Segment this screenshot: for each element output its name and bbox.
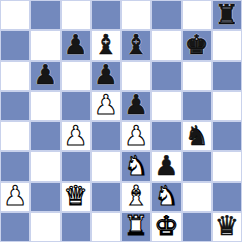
square-c2[interactable]: ♛ (61, 182, 91, 212)
square-b8[interactable] (30, 0, 60, 30)
piece-white-knight-f2[interactable]: ♞ (154, 182, 178, 209)
square-e8[interactable] (121, 0, 151, 30)
square-d3[interactable] (91, 151, 121, 181)
square-a7[interactable] (0, 30, 30, 60)
square-e1[interactable]: ♜ (121, 212, 151, 242)
piece-black-pawn-b6[interactable]: ♟ (33, 61, 57, 88)
square-f7[interactable] (151, 30, 181, 60)
piece-white-pawn-d5[interactable]: ♟ (94, 91, 118, 118)
square-g1[interactable] (182, 212, 212, 242)
square-e3[interactable]: ♞ (121, 151, 151, 181)
square-a5[interactable] (0, 91, 30, 121)
square-h4[interactable] (212, 121, 242, 151)
square-b5[interactable] (30, 91, 60, 121)
square-e2[interactable]: ♝ (121, 182, 151, 212)
square-d1[interactable] (91, 212, 121, 242)
chess-board: ♜♟♝♝♚♟♟♟♟♟♟♞♞♟♟♛♝♞♜♚♛ (0, 0, 242, 242)
square-d2[interactable] (91, 182, 121, 212)
square-b3[interactable] (30, 151, 60, 181)
square-d4[interactable] (91, 121, 121, 151)
piece-black-king-g7[interactable]: ♚ (185, 31, 209, 58)
square-e5[interactable]: ♟ (121, 91, 151, 121)
square-e7[interactable]: ♝ (121, 30, 151, 60)
square-e4[interactable]: ♟ (121, 121, 151, 151)
square-f6[interactable] (151, 61, 181, 91)
square-c3[interactable] (61, 151, 91, 181)
square-f8[interactable] (151, 0, 181, 30)
piece-white-knight-e3[interactable]: ♞ (124, 152, 148, 179)
square-g3[interactable] (182, 151, 212, 181)
square-d7[interactable]: ♝ (91, 30, 121, 60)
piece-black-bishop-d7[interactable]: ♝ (94, 31, 118, 58)
square-h8[interactable]: ♜ (212, 0, 242, 30)
piece-black-pawn-e5[interactable]: ♟ (124, 91, 148, 118)
square-h7[interactable] (212, 30, 242, 60)
piece-black-pawn-d6[interactable]: ♟ (94, 61, 118, 88)
square-g8[interactable] (182, 0, 212, 30)
piece-white-king-f1[interactable]: ♚ (154, 212, 178, 239)
square-b6[interactable]: ♟ (30, 61, 60, 91)
square-c7[interactable]: ♟ (61, 30, 91, 60)
piece-black-rook-h8[interactable]: ♜ (215, 1, 239, 28)
piece-white-bishop-e2[interactable]: ♝ (124, 182, 148, 209)
square-g7[interactable]: ♚ (182, 30, 212, 60)
square-d5[interactable]: ♟ (91, 91, 121, 121)
square-c5[interactable] (61, 91, 91, 121)
square-h6[interactable] (212, 61, 242, 91)
square-g4[interactable]: ♞ (182, 121, 212, 151)
square-f3[interactable]: ♟ (151, 151, 181, 181)
chess-board-wrap: ♜♟♝♝♚♟♟♟♟♟♟♞♞♟♟♛♝♞♜♚♛ (0, 0, 242, 242)
square-b2[interactable] (30, 182, 60, 212)
square-b7[interactable] (30, 30, 60, 60)
piece-white-pawn-c4[interactable]: ♟ (64, 122, 88, 149)
square-c1[interactable] (61, 212, 91, 242)
square-g2[interactable] (182, 182, 212, 212)
square-a3[interactable] (0, 151, 30, 181)
square-f4[interactable] (151, 121, 181, 151)
piece-black-pawn-c7[interactable]: ♟ (64, 31, 88, 58)
square-h1[interactable]: ♛ (212, 212, 242, 242)
piece-black-pawn-f3[interactable]: ♟ (154, 152, 178, 179)
square-e6[interactable] (121, 61, 151, 91)
square-a1[interactable] (0, 212, 30, 242)
square-a4[interactable] (0, 121, 30, 151)
square-c8[interactable] (61, 0, 91, 30)
piece-black-knight-g4[interactable]: ♞ (185, 122, 209, 149)
square-g6[interactable] (182, 61, 212, 91)
piece-black-queen-h1[interactable]: ♛ (215, 212, 239, 239)
square-g5[interactable] (182, 91, 212, 121)
piece-black-bishop-e7[interactable]: ♝ (124, 31, 148, 58)
square-h2[interactable] (212, 182, 242, 212)
square-c6[interactable] (61, 61, 91, 91)
square-f5[interactable] (151, 91, 181, 121)
square-h5[interactable] (212, 91, 242, 121)
square-b1[interactable] (30, 212, 60, 242)
square-c4[interactable]: ♟ (61, 121, 91, 151)
square-a2[interactable]: ♟ (0, 182, 30, 212)
square-d8[interactable] (91, 0, 121, 30)
square-b4[interactable] (30, 121, 60, 151)
square-h3[interactable] (212, 151, 242, 181)
square-d6[interactable]: ♟ (91, 61, 121, 91)
square-a8[interactable] (0, 0, 30, 30)
square-f1[interactable]: ♚ (151, 212, 181, 242)
square-f2[interactable]: ♞ (151, 182, 181, 212)
square-a6[interactable] (0, 61, 30, 91)
piece-white-pawn-e4[interactable]: ♟ (124, 122, 148, 149)
piece-white-queen-c2[interactable]: ♛ (64, 182, 88, 209)
piece-white-rook-e1[interactable]: ♜ (124, 212, 148, 239)
piece-white-pawn-a2[interactable]: ♟ (3, 182, 27, 209)
